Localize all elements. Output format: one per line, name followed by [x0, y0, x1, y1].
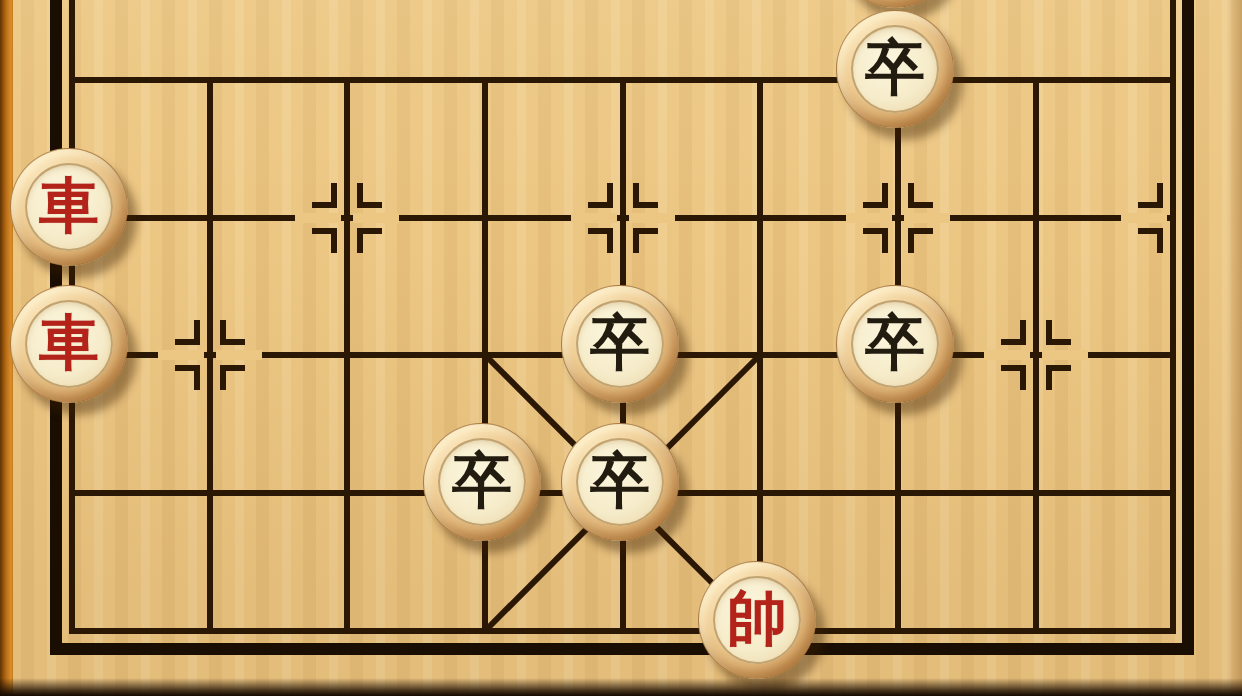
position-marker-bracket	[588, 183, 613, 208]
piece-face: 卒	[438, 438, 526, 526]
piece-red-general[interactable]: 帥	[698, 561, 816, 679]
piece-red-chariot-2[interactable]: 車	[10, 285, 128, 403]
piece-black-soldier-5[interactable]: 卒	[561, 423, 679, 541]
grid-line-horizontal	[69, 628, 1176, 634]
marker-line-gap	[158, 350, 204, 360]
piece-glyph: 卒	[865, 312, 925, 372]
position-marker-bracket	[1001, 320, 1026, 345]
piece-face: 帥	[713, 576, 801, 664]
piece-face: 卒	[851, 25, 939, 113]
piece-face: 車	[25, 163, 113, 251]
position-marker-bracket	[1138, 183, 1163, 208]
position-marker-bracket	[1046, 320, 1071, 345]
board-right-edge-shade	[1226, 0, 1242, 696]
position-marker-bracket	[588, 228, 613, 253]
position-marker-bracket	[863, 183, 888, 208]
piece-red-chariot-1[interactable]: 車	[10, 148, 128, 266]
piece-glyph: 卒	[865, 37, 925, 97]
position-marker-bracket	[220, 365, 245, 390]
marker-line-gap	[295, 213, 341, 223]
grid-line-horizontal	[69, 215, 1176, 221]
piece-black-soldier-4[interactable]: 卒	[423, 423, 541, 541]
position-marker-bracket	[175, 320, 200, 345]
piece-face: 卒	[851, 300, 939, 388]
marker-line-gap	[904, 213, 950, 223]
marker-line-gap	[353, 213, 399, 223]
marker-line-gap	[216, 350, 262, 360]
marker-line-gap	[629, 213, 675, 223]
position-marker-bracket	[1046, 365, 1071, 390]
piece-face: 卒	[576, 300, 664, 388]
piece-black-soldier-3[interactable]: 卒	[836, 285, 954, 403]
piece-glyph: 帥	[727, 588, 787, 648]
grid-line-horizontal	[69, 77, 1176, 83]
piece-black-soldier-2[interactable]: 卒	[561, 285, 679, 403]
piece-glyph: 卒	[590, 450, 650, 510]
marker-line-gap	[1121, 213, 1167, 223]
board-frame-bottom	[50, 643, 1194, 655]
marker-line-gap	[984, 350, 1030, 360]
position-marker-bracket	[357, 183, 382, 208]
board-frame-right	[1182, 0, 1194, 655]
board-bottom-bevel-shadow	[0, 678, 1242, 696]
position-marker-bracket	[1001, 365, 1026, 390]
position-marker-bracket	[1138, 228, 1163, 253]
marker-line-gap	[1042, 350, 1088, 360]
position-marker-bracket	[633, 183, 658, 208]
position-marker-bracket	[175, 365, 200, 390]
position-marker-bracket	[908, 228, 933, 253]
position-marker-bracket	[220, 320, 245, 345]
piece-glyph: 車	[39, 312, 99, 372]
piece-glyph: 車	[39, 175, 99, 235]
piece-face: 車	[25, 300, 113, 388]
piece-glyph: 卒	[452, 450, 512, 510]
marker-line-gap	[571, 213, 617, 223]
position-marker-bracket	[357, 228, 382, 253]
marker-line-gap	[846, 213, 892, 223]
position-marker-bracket	[633, 228, 658, 253]
piece-face: 卒	[576, 438, 664, 526]
position-marker-bracket	[908, 183, 933, 208]
piece-glyph: 卒	[590, 312, 650, 372]
position-marker-bracket	[312, 183, 337, 208]
position-marker-bracket	[863, 228, 888, 253]
position-marker-bracket	[312, 228, 337, 253]
grid-line-vertical	[1170, 0, 1176, 634]
piece-black-soldier-1[interactable]: 卒	[836, 10, 954, 128]
piece-offboard-piece[interactable]	[836, 0, 954, 8]
xiangqi-board: 卒車車卒卒卒卒帥	[0, 0, 1242, 696]
